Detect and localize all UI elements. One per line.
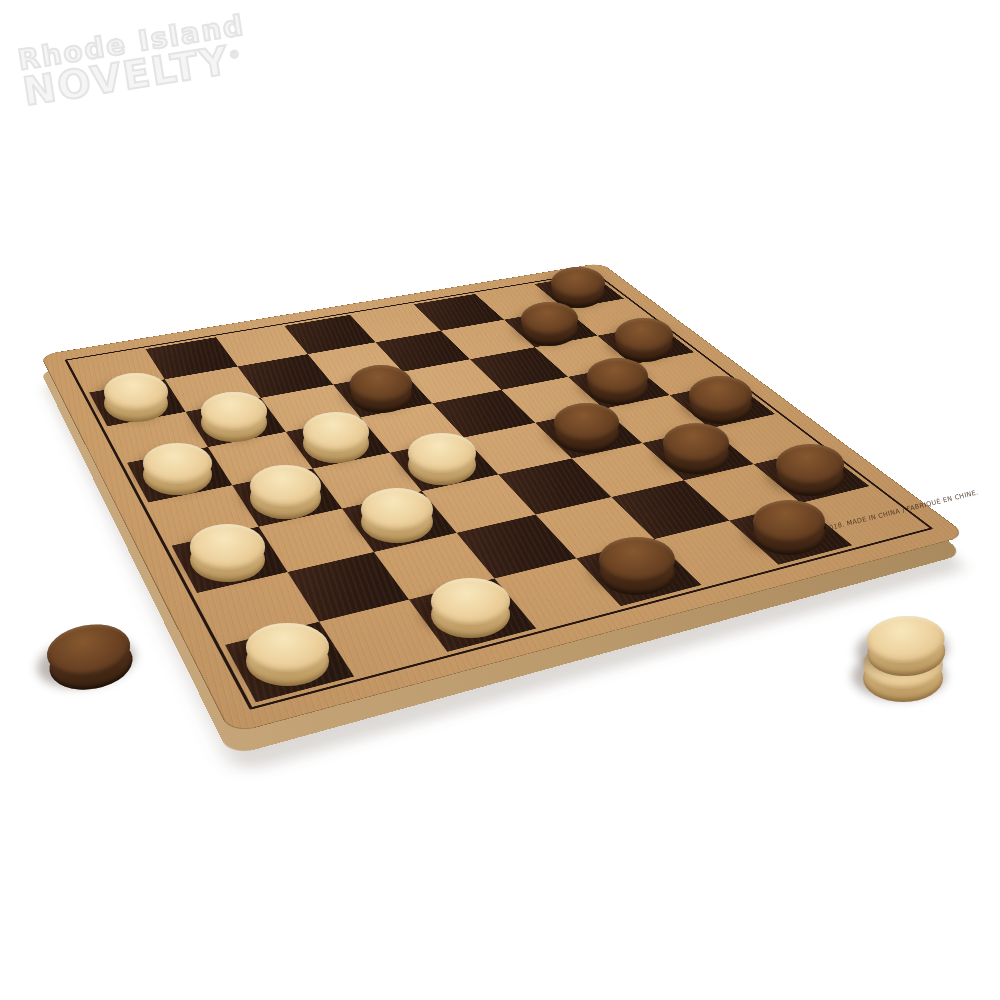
piece-dark [776, 444, 844, 498]
piece-light [865, 614, 946, 680]
piece-light [190, 524, 266, 584]
piece-light [143, 443, 212, 498]
piece-dark [689, 376, 752, 426]
piece-light [408, 433, 476, 487]
product-photo-scene: Rhode Island NOVELTY® © TCG 2018. MADE I… [0, 0, 1000, 1000]
piece-dark [587, 358, 649, 407]
piece-dark [350, 365, 413, 415]
piece-dark [43, 618, 137, 698]
piece-light [250, 465, 321, 521]
piece-light [246, 623, 329, 689]
piece-dark [554, 403, 619, 455]
piece-light [431, 578, 510, 641]
piece-light [104, 373, 168, 424]
piece-dark [663, 423, 729, 476]
piece-dark [753, 500, 825, 557]
piece-light [201, 392, 266, 444]
registered-mark: ® [228, 47, 243, 62]
piece-light [303, 412, 370, 465]
piece-dark [521, 302, 578, 348]
piece-light [361, 488, 433, 545]
pieces-layer [0, 0, 1000, 1000]
piece-dark [599, 537, 675, 597]
